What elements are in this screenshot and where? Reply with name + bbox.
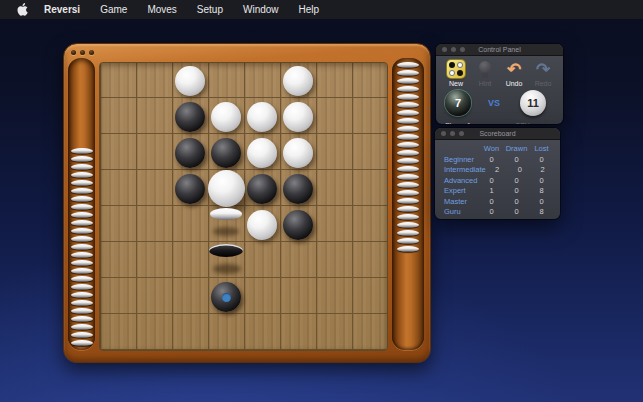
board-cell-g8[interactable] xyxy=(315,314,351,350)
tray-disc xyxy=(71,308,93,314)
flip-shadow-d6 xyxy=(213,264,241,274)
menu-item-game[interactable]: Game xyxy=(90,4,137,15)
tray-disc xyxy=(397,166,419,172)
board-cell-e8[interactable] xyxy=(244,314,280,350)
board-cell-c5[interactable] xyxy=(172,207,208,243)
redo-arrow-icon: ↷ xyxy=(536,59,550,79)
scoreboard-row-advanced: Advanced000 xyxy=(444,175,554,186)
tray-disc xyxy=(397,126,419,132)
white-disc-lifted-d4 xyxy=(208,170,245,207)
tray-disc xyxy=(71,316,93,322)
tray-disc xyxy=(71,244,93,250)
tray-disc xyxy=(71,276,93,282)
board-cell-g5[interactable] xyxy=(315,207,351,243)
board-cell-e6[interactable] xyxy=(244,242,280,278)
black-score-value: 7 xyxy=(455,97,461,109)
white-player-name: CPU (Advanced) xyxy=(515,122,551,124)
tray-disc xyxy=(397,62,419,68)
control-panel-toolbar: NewHint↶Undo↷Redo xyxy=(436,56,563,87)
tray-disc xyxy=(397,246,419,252)
hint-button: Hint xyxy=(471,59,499,87)
board-cell-g4[interactable] xyxy=(315,171,351,207)
scoreboard-window: Scoreboard WonDrawnLostBeginner000Interm… xyxy=(435,128,560,219)
minimize-icon[interactable] xyxy=(451,47,456,52)
tray-disc xyxy=(71,196,93,202)
new-game-icon xyxy=(447,59,465,79)
board-cell-b2[interactable] xyxy=(136,99,172,135)
scoreboard-value: 1 xyxy=(479,186,504,195)
score-row: 7 VS 11 xyxy=(436,90,563,120)
tray-disc xyxy=(71,340,93,346)
screw-dot xyxy=(71,50,76,55)
tray-disc xyxy=(71,332,93,338)
scoreboard-header-lost: Lost xyxy=(529,144,554,153)
tray-disc xyxy=(397,118,419,124)
white-disc-f1 xyxy=(283,66,313,96)
undo-button[interactable]: ↶Undo xyxy=(500,59,528,87)
tray-disc xyxy=(397,142,419,148)
scoreboard-value: 0 xyxy=(504,197,529,206)
board-cell-h2[interactable] xyxy=(351,99,387,135)
board-cell-e1[interactable] xyxy=(244,63,280,99)
close-icon[interactable] xyxy=(441,131,446,136)
difficulty-label: Intermediate xyxy=(444,165,486,174)
window-traffic-lights[interactable] xyxy=(441,131,464,136)
tray-disc xyxy=(397,214,419,220)
board-cell-b4[interactable] xyxy=(136,171,172,207)
white-disc-e5 xyxy=(247,210,277,240)
screw-dot xyxy=(89,50,94,55)
board-cell-a1[interactable] xyxy=(100,63,136,99)
board-cell-g6[interactable] xyxy=(315,242,351,278)
tray-disc xyxy=(71,260,93,266)
scoreboard-value: 0 xyxy=(508,165,531,174)
control-panel-window: Control Panel NewHint↶Undo↷Redo 7 VS 11 … xyxy=(436,44,563,124)
toolbar-label: Redo xyxy=(535,80,552,87)
white-score-sphere: 11 xyxy=(520,90,546,116)
difficulty-label: Expert xyxy=(444,186,479,195)
tray-disc xyxy=(397,222,419,228)
player-names-row: Player 1 CPU (Advanced) xyxy=(436,122,563,124)
black-disc-c3 xyxy=(175,138,205,168)
vs-label: VS xyxy=(488,98,500,108)
last-move-marker xyxy=(222,293,231,302)
tray-disc xyxy=(397,134,419,140)
tray-disc xyxy=(71,284,93,290)
black-disc-last-move-d7 xyxy=(211,282,241,312)
tray-disc xyxy=(71,300,93,306)
board-cell-f7[interactable] xyxy=(279,278,315,314)
white-disc-f2 xyxy=(283,102,313,132)
board-cell-b6[interactable] xyxy=(136,242,172,278)
white-score-value: 11 xyxy=(527,97,539,109)
tray-disc xyxy=(397,150,419,156)
redo-button: ↷Redo xyxy=(529,59,557,87)
disc-tray-left xyxy=(68,58,95,350)
scoreboard-value: 2 xyxy=(486,165,509,174)
scoreboard-row-expert: Expert108 xyxy=(444,186,554,197)
scoreboard-titlebar[interactable]: Scoreboard xyxy=(435,128,560,140)
board-cell-c6[interactable] xyxy=(172,242,208,278)
board-cell-b1[interactable] xyxy=(136,63,172,99)
board-cell-a5[interactable] xyxy=(100,207,136,243)
scoreboard-value: 0 xyxy=(479,197,504,206)
scoreboard-row-beginner: Beginner000 xyxy=(444,154,554,165)
tray-disc xyxy=(71,324,93,330)
white-disc-f3 xyxy=(283,138,313,168)
tray-disc xyxy=(71,252,93,258)
board-cell-h6[interactable] xyxy=(351,242,387,278)
board-cell-b3[interactable] xyxy=(136,135,172,171)
board-cell-b7[interactable] xyxy=(136,278,172,314)
white-disc-e3 xyxy=(247,138,277,168)
board-cell-a2[interactable] xyxy=(100,99,136,135)
control-panel-titlebar[interactable]: Control Panel xyxy=(436,44,563,56)
board-cell-h8[interactable] xyxy=(351,314,387,350)
board-cell-d1[interactable] xyxy=(208,63,244,99)
difficulty-label: Master xyxy=(444,197,479,206)
difficulty-label: Guru xyxy=(444,207,479,216)
board-cell-a7[interactable] xyxy=(100,278,136,314)
tray-disc xyxy=(397,190,419,196)
toolbar-label: Hint xyxy=(479,80,491,87)
scoreboard-value: 0 xyxy=(504,186,529,195)
flip-shadow-d5 xyxy=(213,227,239,236)
undo-arrow-icon: ↶ xyxy=(507,59,521,79)
tray-disc xyxy=(71,156,93,162)
black-disc-f5 xyxy=(283,210,313,240)
board-cell-b8[interactable] xyxy=(136,314,172,350)
scoreboard-value: 0 xyxy=(504,207,529,216)
white-disc-c1 xyxy=(175,66,205,96)
hint-bulb-icon xyxy=(479,59,491,79)
scoreboard-table: WonDrawnLostBeginner000Intermediate202Ad… xyxy=(435,140,560,217)
board-cell-a3[interactable] xyxy=(100,135,136,171)
scoreboard-value: 8 xyxy=(529,186,554,195)
zoom-icon[interactable] xyxy=(460,47,465,52)
tray-disc xyxy=(397,94,419,100)
scoreboard-header-drawn: Drawn xyxy=(504,144,529,153)
tray-disc xyxy=(71,172,93,178)
board-cell-b5[interactable] xyxy=(136,207,172,243)
new-button[interactable]: New xyxy=(442,59,470,87)
menu-item-setup[interactable]: Setup xyxy=(187,4,233,15)
menu-item-window[interactable]: Window xyxy=(233,4,289,15)
scoreboard-value: 0 xyxy=(479,176,504,185)
close-icon[interactable] xyxy=(442,47,447,52)
board-cell-f6[interactable] xyxy=(279,242,315,278)
tray-disc xyxy=(71,164,93,170)
flipping-disc-black-d6 xyxy=(209,244,243,257)
tray-disc xyxy=(397,182,419,188)
disc-tray-right xyxy=(392,58,424,350)
tray-disc xyxy=(397,70,419,76)
board-cell-g7[interactable] xyxy=(315,278,351,314)
menu-bar: Reversi GameMovesSetupWindowHelp xyxy=(0,0,643,19)
tray-disc xyxy=(71,268,93,274)
scoreboard-row-master: Master000 xyxy=(444,196,554,207)
white-disc-d2 xyxy=(211,102,241,132)
board-cell-g1[interactable] xyxy=(315,63,351,99)
board-cell-d8[interactable] xyxy=(208,314,244,350)
board-grid xyxy=(99,62,388,351)
scoreboard-value: 0 xyxy=(529,176,554,185)
tray-disc xyxy=(397,78,419,84)
flipping-disc-white-d5 xyxy=(210,208,242,220)
tray-disc xyxy=(71,220,93,226)
scoreboard-value: 0 xyxy=(479,155,504,164)
apple-menu-icon[interactable] xyxy=(10,3,34,16)
black-disc-f4 xyxy=(283,174,313,204)
tray-disc xyxy=(71,228,93,234)
board-cell-f8[interactable] xyxy=(279,314,315,350)
scoreboard-value: 0 xyxy=(504,176,529,185)
board-cell-g3[interactable] xyxy=(315,135,351,171)
difficulty-label: Beginner xyxy=(444,155,479,164)
tray-disc xyxy=(397,110,419,116)
tray-disc xyxy=(397,174,419,180)
toolbar-label: Undo xyxy=(506,80,523,87)
minimize-icon[interactable] xyxy=(450,131,455,136)
black-player-name: Player 1 xyxy=(445,122,471,124)
tray-disc xyxy=(397,86,419,92)
menu-items: GameMovesSetupWindowHelp xyxy=(90,4,329,15)
toolbar-label: New xyxy=(449,80,463,87)
reversi-board xyxy=(63,43,431,363)
scoreboard-row-guru: Guru008 xyxy=(444,207,554,218)
black-disc-c2 xyxy=(175,102,205,132)
board-cell-e7[interactable] xyxy=(244,278,280,314)
board-cell-a6[interactable] xyxy=(100,242,136,278)
board-cell-c7[interactable] xyxy=(172,278,208,314)
tray-disc xyxy=(397,158,419,164)
board-cell-h7[interactable] xyxy=(351,278,387,314)
board-cell-g2[interactable] xyxy=(315,99,351,135)
black-disc-e4 xyxy=(247,174,277,204)
black-disc-d3 xyxy=(211,138,241,168)
tray-disc xyxy=(71,204,93,210)
scoreboard-value: 2 xyxy=(531,165,554,174)
tray-disc xyxy=(397,198,419,204)
board-cell-h3[interactable] xyxy=(351,135,387,171)
tray-disc xyxy=(71,188,93,194)
scoreboard-value: 8 xyxy=(529,207,554,216)
zoom-icon[interactable] xyxy=(459,131,464,136)
tray-disc xyxy=(397,230,419,236)
screw-dot xyxy=(80,50,85,55)
board-cell-h5[interactable] xyxy=(351,207,387,243)
tray-disc xyxy=(71,180,93,186)
menu-item-help[interactable]: Help xyxy=(289,4,330,15)
board-cell-a4[interactable] xyxy=(100,171,136,207)
scoreboard-value: 0 xyxy=(529,155,554,164)
board-cell-h1[interactable] xyxy=(351,63,387,99)
tray-disc xyxy=(397,206,419,212)
tray-disc xyxy=(71,148,93,154)
tray-disc xyxy=(397,238,419,244)
white-disc-e2 xyxy=(247,102,277,132)
tray-disc xyxy=(71,212,93,218)
black-score-sphere: 7 xyxy=(445,90,471,116)
difficulty-label: Advanced xyxy=(444,176,479,185)
board-cell-h4[interactable] xyxy=(351,171,387,207)
menu-item-moves[interactable]: Moves xyxy=(137,4,186,15)
tray-disc xyxy=(71,236,93,242)
tray-disc xyxy=(397,102,419,108)
board-cell-c8[interactable] xyxy=(172,314,208,350)
black-disc-c4 xyxy=(175,174,205,204)
menu-app-name[interactable]: Reversi xyxy=(34,4,90,15)
scoreboard-row-intermediate: Intermediate202 xyxy=(444,165,554,176)
tray-disc xyxy=(71,292,93,298)
scoreboard-header-won: Won xyxy=(479,144,504,153)
scoreboard-value: 0 xyxy=(504,155,529,164)
board-cell-a8[interactable] xyxy=(100,314,136,350)
scoreboard-header-row: WonDrawnLost xyxy=(444,142,554,154)
scoreboard-value: 0 xyxy=(479,207,504,216)
scoreboard-value: 0 xyxy=(529,197,554,206)
window-traffic-lights[interactable] xyxy=(442,47,465,52)
